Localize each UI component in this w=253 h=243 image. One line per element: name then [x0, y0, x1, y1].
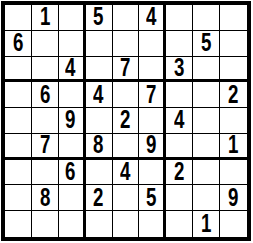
cell-r4c1[interactable] — [5, 82, 32, 108]
cell-r4c5[interactable] — [113, 82, 140, 108]
given-digit: 2 — [174, 160, 184, 184]
given-digit: 6 — [13, 31, 23, 55]
cell-r9c8[interactable]: 1 — [193, 211, 220, 237]
cell-r5c8[interactable] — [193, 108, 220, 134]
given-digit: 5 — [93, 5, 103, 29]
cell-r1c6[interactable]: 4 — [139, 5, 166, 31]
cell-r7c9[interactable] — [220, 160, 247, 186]
cell-r9c9[interactable] — [220, 211, 247, 237]
cell-r8c6[interactable]: 5 — [139, 185, 166, 211]
cell-r8c8[interactable] — [193, 185, 220, 211]
cell-r9c5[interactable] — [113, 211, 140, 237]
cell-r5c2[interactable] — [32, 108, 59, 134]
cell-r9c3[interactable] — [59, 211, 86, 237]
given-digit: 8 — [40, 185, 50, 209]
cell-r6c3[interactable] — [59, 134, 86, 160]
cell-r8c3[interactable] — [59, 185, 86, 211]
given-digit: 1 — [201, 211, 211, 236]
cell-r3c8[interactable] — [193, 57, 220, 83]
cell-r2c8[interactable]: 5 — [193, 31, 220, 57]
cell-r2c3[interactable] — [59, 31, 86, 57]
cell-r4c6[interactable]: 7 — [139, 82, 166, 108]
cell-r4c8[interactable] — [193, 82, 220, 108]
cell-r4c2[interactable]: 6 — [32, 82, 59, 108]
given-digit: 6 — [40, 82, 50, 106]
cell-r8c9[interactable]: 9 — [220, 185, 247, 211]
sudoku-board: 154654736472924789164282591 — [1, 1, 251, 241]
given-digit: 7 — [40, 134, 50, 157]
cell-r7c7[interactable]: 2 — [166, 160, 193, 186]
cell-r5c4[interactable] — [86, 108, 113, 134]
given-digit: 4 — [174, 108, 184, 132]
cell-r3c5[interactable]: 7 — [113, 57, 140, 83]
cell-r5c1[interactable] — [5, 108, 32, 134]
cell-r6c6[interactable]: 9 — [139, 134, 166, 160]
cell-r3c2[interactable] — [32, 57, 59, 83]
cell-r7c6[interactable] — [139, 160, 166, 186]
cell-r3c4[interactable] — [86, 57, 113, 83]
cell-r1c9[interactable] — [220, 5, 247, 31]
given-digit: 2 — [228, 82, 238, 106]
cell-r6c2[interactable]: 7 — [32, 134, 59, 160]
cell-r7c3[interactable]: 6 — [59, 160, 86, 186]
cell-r3c6[interactable] — [139, 57, 166, 83]
cell-r8c5[interactable] — [113, 185, 140, 211]
cell-r6c8[interactable] — [193, 134, 220, 160]
cell-r7c5[interactable]: 4 — [113, 160, 140, 186]
cell-r6c1[interactable] — [5, 134, 32, 160]
given-digit: 3 — [174, 57, 184, 80]
cell-r3c3[interactable]: 4 — [59, 57, 86, 83]
given-digit: 4 — [65, 57, 75, 80]
cell-r2c7[interactable] — [166, 31, 193, 57]
cell-r1c5[interactable] — [113, 5, 140, 31]
cell-r3c7[interactable]: 3 — [166, 57, 193, 83]
cell-r9c1[interactable] — [5, 211, 32, 237]
given-digit: 1 — [228, 134, 238, 157]
given-digit: 2 — [120, 108, 130, 132]
sudoku-screen: 154654736472924789164282591 — [0, 0, 253, 243]
cell-r5c5[interactable]: 2 — [113, 108, 140, 134]
given-digit: 4 — [146, 5, 156, 29]
given-digit: 4 — [120, 160, 130, 184]
cell-r6c7[interactable] — [166, 134, 193, 160]
cell-r6c9[interactable]: 1 — [220, 134, 247, 160]
cell-r4c3[interactable] — [59, 82, 86, 108]
cell-r8c7[interactable] — [166, 185, 193, 211]
cell-r3c1[interactable] — [5, 57, 32, 83]
cell-r4c4[interactable]: 4 — [86, 82, 113, 108]
cell-r9c4[interactable] — [86, 211, 113, 237]
cell-r5c3[interactable]: 9 — [59, 108, 86, 134]
cell-r7c2[interactable] — [32, 160, 59, 186]
cell-r2c4[interactable] — [86, 31, 113, 57]
cell-r2c2[interactable] — [32, 31, 59, 57]
cell-r1c8[interactable] — [193, 5, 220, 31]
given-digit: 9 — [146, 134, 156, 157]
cell-r7c4[interactable] — [86, 160, 113, 186]
cell-r8c1[interactable] — [5, 185, 32, 211]
cell-r1c4[interactable]: 5 — [86, 5, 113, 31]
given-digit: 9 — [228, 185, 238, 209]
cell-r5c6[interactable] — [139, 108, 166, 134]
cell-r6c4[interactable]: 8 — [86, 134, 113, 160]
given-digit: 9 — [65, 108, 75, 132]
cell-r8c4[interactable]: 2 — [86, 185, 113, 211]
cell-r7c1[interactable] — [5, 160, 32, 186]
cell-r7c8[interactable] — [193, 160, 220, 186]
cell-r5c7[interactable]: 4 — [166, 108, 193, 134]
cell-r2c9[interactable] — [220, 31, 247, 57]
cell-r1c7[interactable] — [166, 5, 193, 31]
cell-r6c5[interactable] — [113, 134, 140, 160]
given-digit: 7 — [120, 57, 130, 80]
cell-r4c9[interactable]: 2 — [220, 82, 247, 108]
given-digit: 2 — [93, 185, 103, 209]
cell-r5c9[interactable] — [220, 108, 247, 134]
cell-r9c7[interactable] — [166, 211, 193, 237]
cell-r2c1[interactable]: 6 — [5, 31, 32, 57]
given-digit: 4 — [93, 82, 103, 106]
given-digit: 1 — [40, 5, 50, 29]
cell-r2c6[interactable] — [139, 31, 166, 57]
cell-r1c2[interactable]: 1 — [32, 5, 59, 31]
given-digit: 6 — [65, 160, 75, 184]
cell-r9c6[interactable] — [139, 211, 166, 237]
cell-r4c7[interactable] — [166, 82, 193, 108]
cell-r3c9[interactable] — [220, 57, 247, 83]
given-digit: 5 — [146, 185, 156, 209]
given-digit: 5 — [201, 31, 211, 55]
given-digit: 8 — [93, 134, 103, 157]
cell-r1c3[interactable] — [59, 5, 86, 31]
cell-r2c5[interactable] — [113, 31, 140, 57]
cell-r9c2[interactable] — [32, 211, 59, 237]
given-digit: 7 — [146, 82, 156, 106]
cell-r1c1[interactable] — [5, 5, 32, 31]
cell-r8c2[interactable]: 8 — [32, 185, 59, 211]
